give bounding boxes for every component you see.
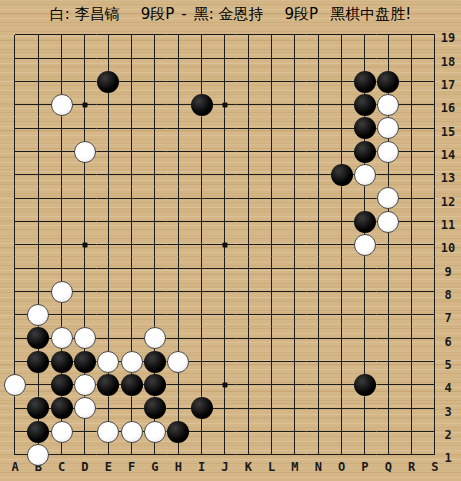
intersection-O16[interactable] [330,93,353,116]
intersection-C2[interactable] [50,420,73,443]
intersection-K7[interactable] [237,303,260,326]
intersection-D7[interactable] [73,303,96,326]
intersection-I14[interactable] [190,140,213,163]
intersection-B4[interactable] [27,373,50,396]
intersection-B13[interactable] [27,163,50,186]
intersection-P10[interactable] [353,233,376,256]
intersection-D2[interactable] [73,420,96,443]
intersection-B7[interactable] [27,303,50,326]
intersection-B14[interactable] [27,140,50,163]
intersection-J7[interactable] [213,303,236,326]
intersection-J11[interactable] [213,210,236,233]
intersection-R3[interactable] [400,397,423,420]
intersection-H8[interactable] [167,280,190,303]
intersection-N8[interactable] [307,280,330,303]
intersection-H15[interactable] [167,117,190,140]
intersection-I10[interactable] [190,233,213,256]
intersection-F15[interactable] [120,117,143,140]
intersection-E10[interactable] [97,233,120,256]
intersection-B10[interactable] [27,233,50,256]
intersection-A10[interactable] [3,233,26,256]
intersection-M9[interactable] [283,257,306,280]
intersection-B11[interactable] [27,210,50,233]
intersection-I4[interactable] [190,373,213,396]
intersection-F8[interactable] [120,280,143,303]
intersection-C5[interactable] [50,350,73,373]
intersection-N17[interactable] [307,70,330,93]
intersection-M3[interactable] [283,397,306,420]
intersection-H19[interactable] [167,23,190,46]
intersection-B2[interactable] [27,420,50,443]
intersection-L12[interactable] [260,187,283,210]
intersection-K11[interactable] [237,210,260,233]
intersection-C10[interactable] [50,233,73,256]
intersection-N16[interactable] [307,93,330,116]
intersection-L19[interactable] [260,23,283,46]
intersection-M17[interactable] [283,70,306,93]
intersection-L18[interactable] [260,47,283,70]
intersection-O6[interactable] [330,327,353,350]
intersection-C13[interactable] [50,163,73,186]
intersection-D15[interactable] [73,117,96,140]
intersection-G4[interactable] [143,373,166,396]
intersection-N18[interactable] [307,47,330,70]
intersection-Q13[interactable] [377,163,400,186]
intersection-K9[interactable] [237,257,260,280]
intersection-Q17[interactable] [377,70,400,93]
intersection-F10[interactable] [120,233,143,256]
intersection-O13[interactable] [330,163,353,186]
intersection-H7[interactable] [167,303,190,326]
intersection-I8[interactable] [190,280,213,303]
intersection-Q12[interactable] [377,187,400,210]
intersection-J2[interactable] [213,420,236,443]
intersection-E15[interactable] [97,117,120,140]
intersection-K3[interactable] [237,397,260,420]
intersection-Q10[interactable] [377,233,400,256]
intersection-H4[interactable] [167,373,190,396]
intersection-A5[interactable] [3,350,26,373]
intersection-F3[interactable] [120,397,143,420]
intersection-H18[interactable] [167,47,190,70]
intersection-R15[interactable] [400,117,423,140]
intersection-J12[interactable] [213,187,236,210]
intersection-O11[interactable] [330,210,353,233]
intersection-K14[interactable] [237,140,260,163]
intersection-M16[interactable] [283,93,306,116]
intersection-R4[interactable] [400,373,423,396]
intersection-D17[interactable] [73,70,96,93]
intersection-Q16[interactable] [377,93,400,116]
intersection-E16[interactable] [97,93,120,116]
intersection-E8[interactable] [97,280,120,303]
intersection-A6[interactable] [3,327,26,350]
intersection-G7[interactable] [143,303,166,326]
intersection-H10[interactable] [167,233,190,256]
intersection-K12[interactable] [237,187,260,210]
intersection-P17[interactable] [353,70,376,93]
intersection-A18[interactable] [3,47,26,70]
intersection-N9[interactable] [307,257,330,280]
intersection-J18[interactable] [213,47,236,70]
intersection-M12[interactable] [283,187,306,210]
intersection-N15[interactable] [307,117,330,140]
intersection-G16[interactable] [143,93,166,116]
intersection-Q18[interactable] [377,47,400,70]
intersection-O12[interactable] [330,187,353,210]
intersection-F6[interactable] [120,327,143,350]
intersection-E9[interactable] [97,257,120,280]
intersection-H9[interactable] [167,257,190,280]
intersection-Q9[interactable] [377,257,400,280]
intersection-K15[interactable] [237,117,260,140]
intersection-Q4[interactable] [377,373,400,396]
intersection-L9[interactable] [260,257,283,280]
intersection-G18[interactable] [143,47,166,70]
intersection-F19[interactable] [120,23,143,46]
intersection-N6[interactable] [307,327,330,350]
intersection-A12[interactable] [3,187,26,210]
intersection-J6[interactable] [213,327,236,350]
intersection-G15[interactable] [143,117,166,140]
intersection-O7[interactable] [330,303,353,326]
intersection-Q8[interactable] [377,280,400,303]
intersection-Q6[interactable] [377,327,400,350]
intersection-F9[interactable] [120,257,143,280]
intersection-N7[interactable] [307,303,330,326]
intersection-E19[interactable] [97,23,120,46]
intersection-C14[interactable] [50,140,73,163]
intersection-J10[interactable] [213,233,236,256]
intersection-O8[interactable] [330,280,353,303]
intersection-N12[interactable] [307,187,330,210]
intersection-P18[interactable] [353,47,376,70]
intersection-E2[interactable] [97,420,120,443]
intersection-I17[interactable] [190,70,213,93]
intersection-D9[interactable] [73,257,96,280]
intersection-J9[interactable] [213,257,236,280]
intersection-H11[interactable] [167,210,190,233]
intersection-D8[interactable] [73,280,96,303]
intersection-O18[interactable] [330,47,353,70]
intersection-J8[interactable] [213,280,236,303]
intersection-I5[interactable] [190,350,213,373]
intersection-F2[interactable] [120,420,143,443]
intersection-K10[interactable] [237,233,260,256]
intersection-L4[interactable] [260,373,283,396]
intersection-D4[interactable] [73,373,96,396]
intersection-N14[interactable] [307,140,330,163]
intersection-M2[interactable] [283,420,306,443]
intersection-H5[interactable] [167,350,190,373]
intersection-R18[interactable] [400,47,423,70]
intersection-D10[interactable] [73,233,96,256]
intersection-L6[interactable] [260,327,283,350]
intersection-A3[interactable] [3,397,26,420]
intersection-C4[interactable] [50,373,73,396]
intersection-O15[interactable] [330,117,353,140]
intersection-I11[interactable] [190,210,213,233]
intersection-K6[interactable] [237,327,260,350]
intersection-G13[interactable] [143,163,166,186]
intersection-D16[interactable] [73,93,96,116]
intersection-R12[interactable] [400,187,423,210]
intersection-P12[interactable] [353,187,376,210]
intersection-P19[interactable] [353,23,376,46]
intersection-E18[interactable] [97,47,120,70]
intersection-K5[interactable] [237,350,260,373]
intersection-M13[interactable] [283,163,306,186]
intersection-P5[interactable] [353,350,376,373]
intersection-C8[interactable] [50,280,73,303]
intersection-G3[interactable] [143,397,166,420]
intersection-K8[interactable] [237,280,260,303]
intersection-D14[interactable] [73,140,96,163]
intersection-A9[interactable] [3,257,26,280]
intersection-C11[interactable] [50,210,73,233]
intersection-D11[interactable] [73,210,96,233]
intersection-P14[interactable] [353,140,376,163]
intersection-L3[interactable] [260,397,283,420]
intersection-Q14[interactable] [377,140,400,163]
intersection-H17[interactable] [167,70,190,93]
intersection-B15[interactable] [27,117,50,140]
intersection-L17[interactable] [260,70,283,93]
intersection-F14[interactable] [120,140,143,163]
intersection-C6[interactable] [50,327,73,350]
intersection-I19[interactable] [190,23,213,46]
intersection-D19[interactable] [73,23,96,46]
intersection-C17[interactable] [50,70,73,93]
intersection-E12[interactable] [97,187,120,210]
intersection-P9[interactable] [353,257,376,280]
intersection-G11[interactable] [143,210,166,233]
intersection-G6[interactable] [143,327,166,350]
intersection-L7[interactable] [260,303,283,326]
intersection-G9[interactable] [143,257,166,280]
intersection-K2[interactable] [237,420,260,443]
intersection-H13[interactable] [167,163,190,186]
intersection-A17[interactable] [3,70,26,93]
intersection-N5[interactable] [307,350,330,373]
intersection-E14[interactable] [97,140,120,163]
intersection-C16[interactable] [50,93,73,116]
intersection-B5[interactable] [27,350,50,373]
intersection-A19[interactable] [3,23,26,46]
intersection-K13[interactable] [237,163,260,186]
intersection-A16[interactable] [3,93,26,116]
intersection-I15[interactable] [190,117,213,140]
intersection-Q11[interactable] [377,210,400,233]
intersection-J15[interactable] [213,117,236,140]
intersection-A11[interactable] [3,210,26,233]
intersection-D5[interactable] [73,350,96,373]
intersection-E13[interactable] [97,163,120,186]
intersection-O14[interactable] [330,140,353,163]
intersection-R7[interactable] [400,303,423,326]
intersection-H6[interactable] [167,327,190,350]
intersection-I9[interactable] [190,257,213,280]
intersection-P8[interactable] [353,280,376,303]
intersection-N4[interactable] [307,373,330,396]
intersection-A15[interactable] [3,117,26,140]
intersection-O3[interactable] [330,397,353,420]
intersection-K16[interactable] [237,93,260,116]
intersection-A2[interactable] [3,420,26,443]
intersection-H16[interactable] [167,93,190,116]
intersection-M5[interactable] [283,350,306,373]
intersection-R17[interactable] [400,70,423,93]
intersection-B17[interactable] [27,70,50,93]
intersection-M4[interactable] [283,373,306,396]
intersection-J14[interactable] [213,140,236,163]
intersection-L10[interactable] [260,233,283,256]
intersection-J4[interactable] [213,373,236,396]
intersection-E4[interactable] [97,373,120,396]
intersection-P16[interactable] [353,93,376,116]
intersection-F12[interactable] [120,187,143,210]
intersection-E7[interactable] [97,303,120,326]
intersection-G19[interactable] [143,23,166,46]
intersection-F4[interactable] [120,373,143,396]
intersection-G8[interactable] [143,280,166,303]
intersection-J19[interactable] [213,23,236,46]
intersection-O4[interactable] [330,373,353,396]
intersection-R19[interactable] [400,23,423,46]
intersection-N2[interactable] [307,420,330,443]
intersection-R6[interactable] [400,327,423,350]
intersection-R14[interactable] [400,140,423,163]
intersection-N11[interactable] [307,210,330,233]
intersection-O2[interactable] [330,420,353,443]
intersection-B19[interactable] [27,23,50,46]
intersection-O19[interactable] [330,23,353,46]
intersection-Q19[interactable] [377,23,400,46]
intersection-L11[interactable] [260,210,283,233]
intersection-P15[interactable] [353,117,376,140]
intersection-G14[interactable] [143,140,166,163]
intersection-H12[interactable] [167,187,190,210]
intersection-M11[interactable] [283,210,306,233]
intersection-K4[interactable] [237,373,260,396]
intersection-P6[interactable] [353,327,376,350]
intersection-P7[interactable] [353,303,376,326]
intersection-E17[interactable] [97,70,120,93]
intersection-B8[interactable] [27,280,50,303]
intersection-L13[interactable] [260,163,283,186]
intersection-M10[interactable] [283,233,306,256]
intersection-M15[interactable] [283,117,306,140]
intersection-D12[interactable] [73,187,96,210]
intersection-J16[interactable] [213,93,236,116]
intersection-K18[interactable] [237,47,260,70]
intersection-I7[interactable] [190,303,213,326]
intersection-R13[interactable] [400,163,423,186]
intersection-N10[interactable] [307,233,330,256]
intersection-C3[interactable] [50,397,73,420]
intersection-O5[interactable] [330,350,353,373]
intersection-B6[interactable] [27,327,50,350]
intersection-L8[interactable] [260,280,283,303]
intersection-M8[interactable] [283,280,306,303]
intersection-B18[interactable] [27,47,50,70]
intersection-R5[interactable] [400,350,423,373]
intersection-B3[interactable] [27,397,50,420]
intersection-F11[interactable] [120,210,143,233]
intersection-D18[interactable] [73,47,96,70]
intersection-P3[interactable] [353,397,376,420]
intersection-N19[interactable] [307,23,330,46]
intersection-B9[interactable] [27,257,50,280]
intersection-J3[interactable] [213,397,236,420]
intersection-R8[interactable] [400,280,423,303]
intersection-I6[interactable] [190,327,213,350]
intersection-D3[interactable] [73,397,96,420]
intersection-Q2[interactable] [377,420,400,443]
intersection-A14[interactable] [3,140,26,163]
intersection-A4[interactable] [3,373,26,396]
intersection-R10[interactable] [400,233,423,256]
intersection-L14[interactable] [260,140,283,163]
intersection-G17[interactable] [143,70,166,93]
intersection-O17[interactable] [330,70,353,93]
intersection-A13[interactable] [3,163,26,186]
intersection-O9[interactable] [330,257,353,280]
intersection-C15[interactable] [50,117,73,140]
intersection-Q15[interactable] [377,117,400,140]
intersection-F5[interactable] [120,350,143,373]
intersection-Q5[interactable] [377,350,400,373]
intersection-G5[interactable] [143,350,166,373]
intersection-J5[interactable] [213,350,236,373]
intersection-L16[interactable] [260,93,283,116]
intersection-G10[interactable] [143,233,166,256]
intersection-C18[interactable] [50,47,73,70]
intersection-I12[interactable] [190,187,213,210]
intersection-F13[interactable] [120,163,143,186]
intersection-D6[interactable] [73,327,96,350]
intersection-M18[interactable] [283,47,306,70]
intersection-N13[interactable] [307,163,330,186]
intersection-E3[interactable] [97,397,120,420]
intersection-F16[interactable] [120,93,143,116]
intersection-C9[interactable] [50,257,73,280]
intersection-I18[interactable] [190,47,213,70]
intersection-O10[interactable] [330,233,353,256]
intersection-R2[interactable] [400,420,423,443]
intersection-I3[interactable] [190,397,213,420]
intersection-D13[interactable] [73,163,96,186]
intersection-R11[interactable] [400,210,423,233]
intersection-M6[interactable] [283,327,306,350]
intersection-I13[interactable] [190,163,213,186]
intersection-E11[interactable] [97,210,120,233]
intersection-P11[interactable] [353,210,376,233]
intersection-P2[interactable] [353,420,376,443]
intersection-I16[interactable] [190,93,213,116]
intersection-H3[interactable] [167,397,190,420]
intersection-C7[interactable] [50,303,73,326]
intersection-I2[interactable] [190,420,213,443]
intersection-K17[interactable] [237,70,260,93]
intersection-P13[interactable] [353,163,376,186]
intersection-K19[interactable] [237,23,260,46]
intersection-B16[interactable] [27,93,50,116]
intersection-Q3[interactable] [377,397,400,420]
intersection-E5[interactable] [97,350,120,373]
intersection-M19[interactable] [283,23,306,46]
intersection-F18[interactable] [120,47,143,70]
